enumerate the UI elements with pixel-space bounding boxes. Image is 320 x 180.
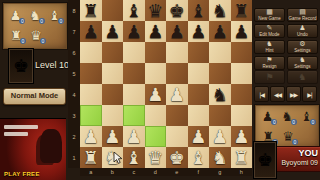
square-b5[interactable]: [102, 63, 124, 84]
black-pawn: ♟: [212, 23, 228, 41]
square-d2[interactable]: [145, 126, 167, 147]
black-pawn: ♟: [104, 23, 120, 41]
captured-black-row-1: ♟0♞0♝0: [255, 106, 319, 126]
white-pawn: ♟: [104, 128, 120, 146]
square-e5[interactable]: [166, 63, 188, 84]
captured-slot-pawn: ♟0: [258, 106, 277, 126]
opponent-info: ♚ Level 100: [2, 48, 66, 84]
square-d6[interactable]: [145, 42, 167, 63]
square-g7[interactable]: ♟: [209, 21, 231, 42]
byoyomi-timer: Byoyomi 09: [281, 159, 318, 166]
square-c4[interactable]: [123, 84, 145, 105]
black-king: ♚: [169, 2, 185, 20]
file-label: b: [102, 168, 124, 176]
square-f1[interactable]: ♝: [188, 147, 210, 168]
file-labels: abcdefgh: [80, 168, 252, 176]
ad-play-free-button[interactable]: PLAY FREE: [4, 171, 40, 177]
square-g2[interactable]: ♟: [209, 126, 231, 147]
square-b3[interactable]: [102, 105, 124, 126]
black-king-icon: ♚: [13, 57, 29, 75]
menu-buttons: ▦New Game▤Game Record✎Edit Mode♟Undo♞Hin…: [254, 8, 318, 70]
square-a4[interactable]: [80, 84, 102, 105]
square-a6[interactable]: [80, 42, 102, 63]
square-e2[interactable]: [166, 126, 188, 147]
black-pawn: ♟: [126, 23, 142, 41]
nav-button-go-first[interactable]: |◀: [254, 86, 269, 102]
menu-button-resign[interactable]: ⚑Resign: [254, 56, 285, 70]
black-pawn: ♟: [147, 23, 163, 41]
captured-white-row-1: ♟0♞0♝0: [3, 5, 67, 25]
square-d7[interactable]: ♟: [145, 21, 167, 42]
square-h1[interactable]: ♜: [231, 147, 253, 168]
rank-label: 1: [68, 147, 80, 168]
white-knight: ♞: [212, 149, 228, 167]
square-g6[interactable]: [209, 42, 231, 63]
file-label: e: [166, 168, 188, 176]
captured-white-row-2: ♜0♛0: [3, 25, 67, 45]
square-c1[interactable]: ♝: [123, 147, 145, 168]
menu-panel: ▦New Game▤Game Record✎Edit Mode♟Undo♞Hin…: [252, 0, 320, 180]
black-bishop: ♝: [126, 2, 142, 20]
menu-button-hint[interactable]: ♞Hint: [254, 40, 285, 54]
white-bishop: ♝: [126, 149, 142, 167]
chess-app: ♟0♞0♝0 ♜0♛0 ♚ Level 100 Normal Mode PLAY…: [0, 0, 320, 180]
resign-flag-icon: ⚑: [266, 57, 272, 64]
captured-slot-knight: ♞0: [277, 106, 296, 126]
rank-label: 2: [68, 126, 80, 147]
white-rook: ♜: [83, 149, 99, 167]
file-label: d: [145, 168, 167, 176]
square-h8[interactable]: ♜: [231, 0, 253, 21]
captured-slot-knight: ♞0: [25, 5, 44, 25]
square-b8[interactable]: [102, 0, 124, 21]
mode-button[interactable]: Normal Mode: [3, 88, 66, 105]
white-king-icon: ♚: [257, 151, 273, 169]
square-c2[interactable]: ♟: [123, 126, 145, 147]
square-g1[interactable]: ♞: [209, 147, 231, 168]
disabled-button: ♞: [287, 70, 318, 84]
capture-count-badge: 0: [310, 119, 316, 125]
captured-slot-bishop: ♝0: [45, 5, 64, 25]
ad-figure: [40, 129, 62, 163]
white-knight: ♞: [104, 149, 120, 167]
edit-mode-icon: ✎: [267, 25, 273, 32]
square-f2[interactable]: ♟: [188, 126, 210, 147]
square-h5[interactable]: [231, 63, 253, 84]
white-king: ♚: [169, 149, 185, 167]
rank-labels: 87654321: [68, 0, 80, 168]
white-pawn: ♟: [190, 128, 206, 146]
square-e3[interactable]: [166, 105, 188, 126]
captured-white-pieces-tray: ♟0♞0♝0 ♜0♛0: [2, 2, 68, 50]
stop-flag-icon: ⚑: [265, 74, 273, 81]
white-bishop: ♝: [190, 149, 206, 167]
menu-button-settings[interactable]: ♞Settings: [287, 56, 318, 70]
menu-button-settings[interactable]: ⚙Settings: [287, 40, 318, 54]
move-navigation: |◀◀◀▶▶▶|: [254, 86, 318, 102]
file-label: c: [123, 168, 145, 176]
file-label: g: [209, 168, 231, 176]
captured-slot-queen: ♛0: [278, 126, 298, 146]
square-e7[interactable]: ♟: [166, 21, 188, 42]
square-c8[interactable]: ♝: [123, 0, 145, 21]
square-a2[interactable]: ♟: [80, 126, 102, 147]
menu-button-undo[interactable]: ♟Undo: [287, 24, 318, 38]
square-f3[interactable]: [188, 105, 210, 126]
square-a1[interactable]: ♜: [80, 147, 102, 168]
nav-button-step-back[interactable]: ◀◀: [270, 86, 285, 102]
rank-label: 6: [68, 42, 80, 63]
menu-button-edit-mode[interactable]: ✎Edit Mode: [254, 24, 285, 38]
rank-label: 7: [68, 21, 80, 42]
square-b6[interactable]: [102, 42, 124, 63]
black-pawn: ♟: [190, 23, 206, 41]
square-d8[interactable]: ♛: [145, 0, 167, 21]
settings-pieces-icon: ♞: [299, 57, 305, 64]
captured-slot-queen: ♛0: [26, 25, 46, 45]
disabled-buttons: ⚑♞: [254, 70, 318, 84]
white-pawn: ♟: [212, 128, 228, 146]
square-h3[interactable]: [231, 105, 253, 126]
capture-count-badge: 0: [292, 139, 298, 145]
square-b2[interactable]: ♟: [102, 126, 124, 147]
ad-banner[interactable]: PLAY FREE: [0, 118, 66, 180]
nav-button-go-last[interactable]: ▶|: [302, 86, 317, 102]
square-e6[interactable]: [166, 42, 188, 63]
opponent-side-box: ♚: [8, 48, 34, 84]
player-name: YOU: [298, 148, 318, 158]
square-g8[interactable]: ♞: [209, 0, 231, 21]
square-d5[interactable]: [145, 63, 167, 84]
file-label: h: [231, 168, 253, 176]
square-h4[interactable]: [231, 84, 253, 105]
disabled-button: ⚑: [254, 70, 285, 84]
capture-count-badge: 0: [40, 38, 46, 44]
square-a8[interactable]: ♜: [80, 0, 102, 21]
white-queen: ♛: [147, 149, 163, 167]
square-h6[interactable]: [231, 42, 253, 63]
ad-title-line: [4, 132, 28, 136]
player-info-bar: ♚ YOU Byoyomi 09: [258, 146, 320, 172]
square-e1[interactable]: ♚: [166, 147, 188, 168]
game-record-icon: ▤: [299, 9, 306, 16]
square-g4[interactable]: ♞: [209, 84, 231, 105]
hint-knight-icon: ♞: [266, 41, 272, 48]
white-pawn: ♟: [169, 86, 185, 104]
settings-gear-icon: ⚙: [299, 41, 305, 48]
nav-button-step-forward[interactable]: ▶▶: [286, 86, 301, 102]
square-b7[interactable]: ♟: [102, 21, 124, 42]
black-rook: ♜: [233, 2, 249, 20]
black-pawn: ♟: [169, 23, 185, 41]
white-pawn: ♟: [83, 128, 99, 146]
menu-button-new-game[interactable]: ▦New Game: [254, 8, 285, 22]
new-game-board-icon: ▦: [266, 9, 273, 16]
square-d1[interactable]: ♛: [145, 147, 167, 168]
white-pawn: ♟: [147, 86, 163, 104]
black-pawn: ♟: [83, 23, 99, 41]
rank-label: 5: [68, 63, 80, 84]
black-rook: ♜: [83, 2, 99, 20]
square-f5[interactable]: [188, 63, 210, 84]
square-e4[interactable]: ♟: [166, 84, 188, 105]
black-knight: ♞: [212, 86, 228, 104]
rank-label: 3: [68, 105, 80, 126]
square-h2[interactable]: ♟: [231, 126, 253, 147]
file-label: a: [80, 168, 102, 176]
ad-title-line: [4, 125, 38, 129]
square-a7[interactable]: ♟: [80, 21, 102, 42]
file-label: f: [188, 168, 210, 176]
square-g3[interactable]: [209, 105, 231, 126]
square-e8[interactable]: ♚: [166, 0, 188, 21]
chess-board[interactable]: ♜♝♛♚♝♞♜♟♟♟♟♟♟♟♟♟♟♞♟♟♟♟♟♟♜♞♝♛♚♝♞♜: [80, 0, 252, 168]
square-f7[interactable]: ♟: [188, 21, 210, 42]
rank-label: 4: [68, 84, 80, 105]
captured-slot-rook: ♜0: [6, 25, 26, 45]
square-a5[interactable]: [80, 63, 102, 84]
black-pawn: ♟: [233, 23, 249, 41]
square-c7[interactable]: ♟: [123, 21, 145, 42]
analysis-knight-icon: ♞: [298, 74, 306, 81]
square-c6[interactable]: [123, 42, 145, 63]
white-rook: ♜: [233, 149, 249, 167]
square-h7[interactable]: ♟: [231, 21, 253, 42]
square-d3[interactable]: [145, 105, 167, 126]
black-knight: ♞: [212, 2, 228, 20]
black-queen: ♛: [147, 2, 163, 20]
square-d4[interactable]: ♟: [145, 84, 167, 105]
capture-count-badge: 0: [58, 18, 64, 24]
menu-button-game-record[interactable]: ▤Game Record: [287, 8, 318, 22]
black-bishop: ♝: [190, 2, 206, 20]
square-c3[interactable]: [123, 105, 145, 126]
player-side-box: ♚: [253, 141, 277, 179]
captured-slot-bishop: ♝0: [297, 106, 316, 126]
square-f8[interactable]: ♝: [188, 0, 210, 21]
square-f4[interactable]: [188, 84, 210, 105]
white-pawn: ♟: [233, 128, 249, 146]
square-g5[interactable]: [209, 63, 231, 84]
square-b1[interactable]: ♞: [102, 147, 124, 168]
rank-label: 8: [68, 0, 80, 21]
white-pawn: ♟: [126, 128, 142, 146]
captured-slot-pawn: ♟0: [6, 5, 25, 25]
square-c5[interactable]: [123, 63, 145, 84]
square-a3[interactable]: [80, 105, 102, 126]
square-b4[interactable]: [102, 84, 124, 105]
undo-pawn-icon: ♟: [299, 25, 305, 32]
square-f6[interactable]: [188, 42, 210, 63]
